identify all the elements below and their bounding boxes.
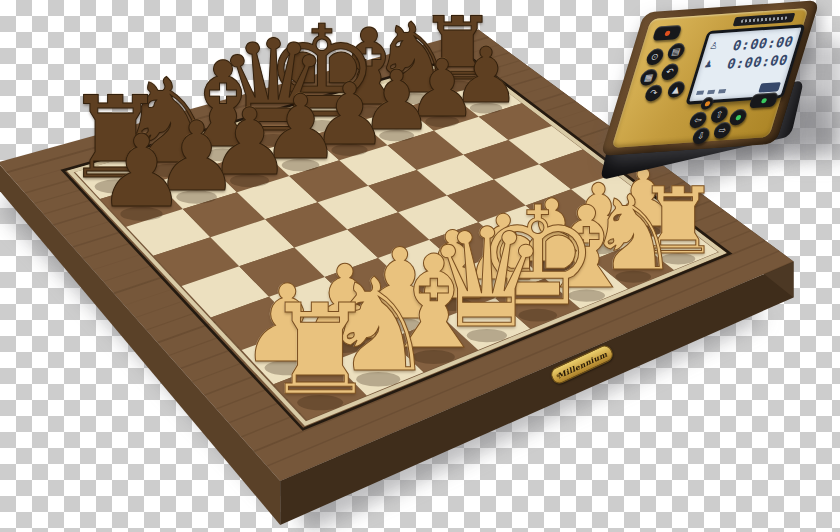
ok-button[interactable]	[728, 108, 749, 126]
down-arrow-button[interactable]: ⇩	[691, 127, 712, 145]
level-button[interactable]: ▦	[638, 69, 659, 87]
up-arrow-button[interactable]: ⇧	[709, 106, 730, 124]
power-button[interactable]: ⊙	[644, 48, 665, 66]
right-arrow-button[interactable]: ⇨	[712, 122, 733, 140]
left-arrow-button[interactable]: ⇦	[688, 111, 709, 129]
lcd-display: ♙ 0:00:00 ♟ 0:00:00	[685, 24, 805, 105]
hint-button[interactable]: ▲	[666, 81, 687, 99]
piece-white-rook-a1[interactable]: ♜	[258, 288, 383, 413]
forward-button[interactable]: ↷	[643, 84, 664, 102]
red-button[interactable]	[652, 25, 682, 41]
product-photo-scene: ♜♞♝♛♚♝♞♜♟♟♟♟♟♟♟♟♟♟♟♟♟♟♟♟♜♞♝♛♚♝♞♜ Millenn…	[0, 0, 840, 532]
lcd-menu-tab	[758, 82, 781, 93]
model-label-strip	[733, 13, 796, 26]
mode-button[interactable]: ▤	[666, 43, 687, 61]
black-clock-row: ♟ 0:00:00	[702, 51, 790, 72]
piece-black-pawn-a7[interactable]: ♟	[92, 122, 192, 222]
takeback-button[interactable]: ↶	[659, 63, 680, 81]
green-button[interactable]	[749, 92, 779, 108]
black-time: 0:00:00	[713, 51, 791, 72]
clock-module-face: ♙ 0:00:00 ♟ 0:00:00 ⊙▤▦↶↷▲⇦⇧⇩⇨	[611, 8, 808, 148]
